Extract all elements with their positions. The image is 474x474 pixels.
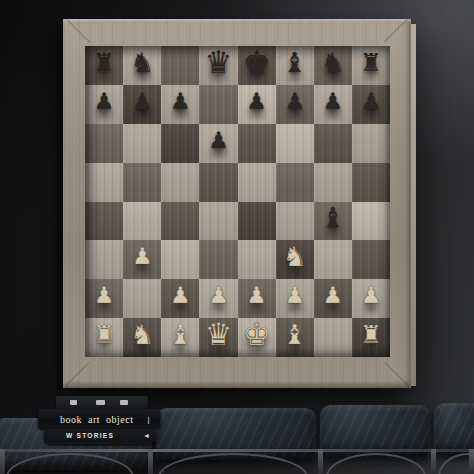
piece-white-pawn[interactable]: ♟ xyxy=(246,284,267,307)
square-f1[interactable]: ♝ xyxy=(276,318,314,357)
square-d1[interactable]: ♛ xyxy=(199,318,237,357)
square-g1[interactable] xyxy=(314,318,352,357)
square-f2[interactable]: ♟ xyxy=(276,279,314,318)
bench-arc xyxy=(6,453,134,474)
piece-black-pawn[interactable]: ♟ xyxy=(170,90,191,113)
book-spine-arrow-icon: ◄ xyxy=(143,432,150,439)
square-b6[interactable] xyxy=(123,124,161,163)
square-g2[interactable]: ♟ xyxy=(314,279,352,318)
bench-leg xyxy=(318,449,323,474)
square-a2[interactable]: ♟ xyxy=(85,279,123,318)
square-e6[interactable] xyxy=(238,124,276,163)
square-b1[interactable]: ♞ xyxy=(123,318,161,357)
square-c1[interactable]: ♝ xyxy=(161,318,199,357)
piece-white-pawn[interactable]: ♟ xyxy=(208,284,229,307)
bench-leg xyxy=(431,449,436,474)
square-c3[interactable] xyxy=(161,240,199,279)
book-spine-mark xyxy=(70,400,77,405)
bench-arc xyxy=(158,453,308,474)
piece-black-pawn[interactable]: ♟ xyxy=(208,129,229,152)
piece-white-knight[interactable]: ♞ xyxy=(130,321,154,348)
frame-miter xyxy=(385,362,410,387)
square-f6[interactable] xyxy=(276,124,314,163)
square-g6[interactable] xyxy=(314,124,352,163)
square-h1[interactable]: ♜ xyxy=(352,318,390,357)
book-spine-mark xyxy=(96,400,105,405)
square-h8[interactable]: ♜ xyxy=(352,46,390,85)
square-a7[interactable]: ♟ xyxy=(85,85,123,124)
square-a6[interactable] xyxy=(85,124,123,163)
square-h6[interactable] xyxy=(352,124,390,163)
chess-board[interactable]: ♜♞♛♚♝♞♜♟♟♟♟♟♟♟♟♝♟♞♟♟♟♟♟♟♟♜♞♝♛♚♝♜ xyxy=(85,46,390,357)
piece-white-pawn[interactable]: ♟ xyxy=(132,245,153,268)
square-e3[interactable] xyxy=(238,240,276,279)
piece-white-bishop[interactable]: ♝ xyxy=(283,321,307,348)
piece-black-pawn[interactable]: ♟ xyxy=(94,90,115,113)
book-spine-text: book art object xyxy=(38,414,133,425)
square-d3[interactable] xyxy=(199,240,237,279)
square-h3[interactable] xyxy=(352,240,390,279)
square-f5[interactable] xyxy=(276,163,314,202)
frame-miter xyxy=(66,18,91,43)
bench-rail xyxy=(0,449,474,452)
square-g4[interactable]: ♝ xyxy=(314,202,352,241)
piece-black-pawn[interactable]: ♟ xyxy=(132,90,153,113)
piece-black-rook[interactable]: ♜ xyxy=(93,50,115,75)
piece-white-pawn[interactable]: ♟ xyxy=(170,284,191,307)
piece-white-pawn[interactable]: ♟ xyxy=(94,284,115,307)
square-h4[interactable] xyxy=(352,202,390,241)
bench-leg xyxy=(148,449,153,474)
square-b8[interactable]: ♞ xyxy=(123,46,161,85)
square-c8[interactable] xyxy=(161,46,199,85)
square-c2[interactable]: ♟ xyxy=(161,279,199,318)
square-c6[interactable] xyxy=(161,124,199,163)
book-top xyxy=(56,396,148,409)
square-a3[interactable] xyxy=(85,240,123,279)
square-h7[interactable]: ♟ xyxy=(352,85,390,124)
square-h5[interactable] xyxy=(352,163,390,202)
square-g7[interactable]: ♟ xyxy=(314,85,352,124)
square-b3[interactable]: ♟ xyxy=(123,240,161,279)
square-c7[interactable]: ♟ xyxy=(161,85,199,124)
square-e8[interactable]: ♚ xyxy=(238,46,276,85)
book-middle: book art object | xyxy=(38,409,160,429)
piece-white-knight[interactable]: ♞ xyxy=(283,243,307,270)
frame-miter xyxy=(384,18,409,43)
square-d8[interactable]: ♛ xyxy=(199,46,237,85)
square-g5[interactable] xyxy=(314,163,352,202)
piece-black-bishop[interactable]: ♝ xyxy=(283,49,307,76)
room-scene: ♜♞♛♚♝♞♜♟♟♟♟♟♟♟♟♝♟♞♟♟♟♟♟♟♟♜♞♝♛♚♝♜ book ar… xyxy=(0,0,474,474)
piece-white-pawn[interactable]: ♟ xyxy=(361,284,382,307)
piece-black-pawn[interactable]: ♟ xyxy=(246,90,267,113)
square-a8[interactable]: ♜ xyxy=(85,46,123,85)
square-f7[interactable]: ♟ xyxy=(276,85,314,124)
bench-metal-base xyxy=(0,449,474,474)
square-c4[interactable] xyxy=(161,202,199,241)
square-c5[interactable] xyxy=(161,163,199,202)
book-spine-mark: | xyxy=(147,415,149,424)
square-b4[interactable] xyxy=(123,202,161,241)
bench-leg xyxy=(0,449,5,474)
book-spine-mark xyxy=(120,400,128,405)
square-e2[interactable]: ♟ xyxy=(238,279,276,318)
piece-black-knight[interactable]: ♞ xyxy=(130,49,154,76)
square-d7[interactable] xyxy=(199,85,237,124)
piece-white-queen[interactable]: ♛ xyxy=(205,319,233,350)
square-d4[interactable] xyxy=(199,202,237,241)
piece-black-pawn[interactable]: ♟ xyxy=(284,90,305,113)
piece-black-knight[interactable]: ♞ xyxy=(321,49,345,76)
piece-white-rook[interactable]: ♜ xyxy=(360,322,382,347)
book-bottom: W STORIES ◄ xyxy=(44,429,156,442)
bench-arc xyxy=(326,453,426,474)
piece-black-pawn[interactable]: ♟ xyxy=(361,90,382,113)
square-a1[interactable]: ♜ xyxy=(85,318,123,357)
piece-black-rook[interactable]: ♜ xyxy=(360,50,382,75)
square-f8[interactable]: ♝ xyxy=(276,46,314,85)
piece-black-king[interactable]: ♚ xyxy=(243,47,271,78)
book-spine-text: W STORIES xyxy=(44,432,114,439)
piece-black-pawn[interactable]: ♟ xyxy=(323,90,344,113)
square-b7[interactable]: ♟ xyxy=(123,85,161,124)
square-e4[interactable] xyxy=(238,202,276,241)
square-h2[interactable]: ♟ xyxy=(352,279,390,318)
piece-white-pawn[interactable]: ♟ xyxy=(323,284,344,307)
square-e7[interactable]: ♟ xyxy=(238,85,276,124)
frame-miter xyxy=(65,362,90,387)
piece-white-pawn[interactable]: ♟ xyxy=(284,284,305,307)
square-g3[interactable] xyxy=(314,240,352,279)
square-g8[interactable]: ♞ xyxy=(314,46,352,85)
book-thin xyxy=(48,442,152,446)
square-d2[interactable]: ♟ xyxy=(199,279,237,318)
square-d5[interactable] xyxy=(199,163,237,202)
piece-black-bishop[interactable]: ♝ xyxy=(321,204,345,231)
square-d6[interactable]: ♟ xyxy=(199,124,237,163)
piece-white-rook[interactable]: ♜ xyxy=(93,322,115,347)
bench-leg xyxy=(469,449,474,474)
piece-white-king[interactable]: ♚ xyxy=(243,319,271,350)
square-e1[interactable]: ♚ xyxy=(238,318,276,357)
square-a5[interactable] xyxy=(85,163,123,202)
square-f3[interactable]: ♞ xyxy=(276,240,314,279)
bench-cushion xyxy=(434,403,474,455)
piece-white-bishop[interactable]: ♝ xyxy=(168,321,192,348)
piece-black-queen[interactable]: ♛ xyxy=(205,47,233,78)
square-a4[interactable] xyxy=(85,202,123,241)
square-b2[interactable] xyxy=(123,279,161,318)
chess-board-frame: ♜♞♛♚♝♞♜♟♟♟♟♟♟♟♟♝♟♞♟♟♟♟♟♟♟♜♞♝♛♚♝♜ xyxy=(63,19,411,388)
square-e5[interactable] xyxy=(238,163,276,202)
square-b5[interactable] xyxy=(123,163,161,202)
square-f4[interactable] xyxy=(276,202,314,241)
